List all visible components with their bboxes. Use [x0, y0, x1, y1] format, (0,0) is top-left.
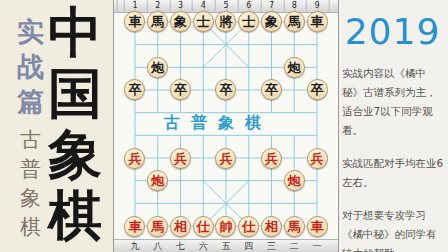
piece-black-士[interactable]: 士	[238, 11, 259, 32]
piece-black-卒[interactable]: 卒	[215, 79, 236, 100]
piece-red-馬[interactable]: 馬	[284, 216, 305, 237]
piece-red-馬[interactable]: 馬	[147, 216, 168, 237]
piece-red-兵[interactable]: 兵	[261, 148, 282, 169]
piece-red-兵[interactable]: 兵	[124, 148, 145, 169]
coord-bottom-8: 二	[290, 241, 299, 251]
year-label: 2019	[339, 12, 446, 52]
description-paragraph-2: 实战匹配对手均在业6左右。	[342, 154, 446, 192]
coord-bottom-4: 六	[199, 241, 208, 251]
piece-black-車[interactable]: 車	[124, 11, 145, 32]
coord-top-5: 5	[223, 1, 228, 11]
coord-top-7: 7	[269, 1, 274, 11]
description-paragraph-3: 对于想要专攻学习《橘中秘》的同学有较大的帮助。	[342, 206, 446, 252]
left-caption-panel: 实战篇 古普象棋 中国象棋	[0, 0, 113, 252]
piece-black-卒[interactable]: 卒	[307, 79, 328, 100]
right-info-panel: 2019 实战内容以《橘中秘》古谱系列为主，适合业7以下同学观看。实战匹配对手均…	[339, 0, 448, 252]
piece-red-炮[interactable]: 炮	[147, 170, 168, 191]
description-text: 实战内容以《橘中秘》古谱系列为主，适合业7以下同学观看。实战匹配对手均在业6左右…	[342, 64, 446, 252]
sub-series-label: 古普象棋	[20, 126, 41, 242]
piece-red-仕[interactable]: 仕	[238, 216, 259, 237]
piece-layer: 車馬象士將士象馬車炮炮卒卒卒卒卒兵兵兵兵兵炮炮車馬相仕帥仕相馬車	[124, 11, 329, 238]
piece-black-士[interactable]: 士	[193, 11, 214, 32]
piece-black-象[interactable]: 象	[170, 11, 191, 32]
coord-top-1: 1	[132, 1, 137, 11]
piece-black-卒[interactable]: 卒	[261, 79, 282, 100]
piece-black-卒[interactable]: 卒	[124, 79, 145, 100]
description-paragraph-1: 实战内容以《橘中秘》古谱系列为主，适合业7以下同学观看。	[342, 64, 446, 140]
piece-red-相[interactable]: 相	[170, 216, 191, 237]
piece-red-相[interactable]: 相	[261, 216, 282, 237]
video-thumbnail: 实战篇 古普象棋 中国象棋 123456789 古普象棋 車馬象士將士象馬車炮炮…	[0, 0, 448, 252]
coord-top-2: 2	[155, 1, 160, 11]
page-title: 中国象棋	[48, 2, 102, 246]
piece-black-炮[interactable]: 炮	[284, 57, 305, 78]
file-coordinates-bottom: 九八七六五四三二一	[114, 239, 338, 252]
piece-red-兵[interactable]: 兵	[215, 148, 236, 169]
coord-top-3: 3	[178, 1, 183, 11]
coord-bottom-9: 一	[313, 241, 322, 251]
piece-red-兵[interactable]: 兵	[307, 148, 328, 169]
piece-black-馬[interactable]: 馬	[147, 11, 168, 32]
piece-red-仕[interactable]: 仕	[193, 216, 214, 237]
coord-top-6: 6	[246, 1, 251, 11]
piece-black-馬[interactable]: 馬	[284, 11, 305, 32]
series-label: 实战篇	[17, 14, 44, 119]
coord-bottom-5: 五	[222, 241, 231, 251]
piece-black-將[interactable]: 將	[215, 11, 236, 32]
coord-bottom-1: 九	[131, 241, 140, 251]
piece-black-炮[interactable]: 炮	[147, 57, 168, 78]
piece-black-車[interactable]: 車	[307, 11, 328, 32]
coord-bottom-2: 八	[153, 241, 162, 251]
piece-red-車[interactable]: 車	[124, 216, 145, 237]
coord-top-4: 4	[201, 1, 206, 11]
xiangqi-board[interactable]: 123456789 古普象棋 車馬象士將士象馬車炮炮卒卒卒卒卒兵兵兵兵兵炮炮車馬…	[113, 0, 339, 252]
piece-black-卒[interactable]: 卒	[170, 79, 191, 100]
piece-red-兵[interactable]: 兵	[170, 148, 191, 169]
coord-bottom-7: 三	[267, 241, 276, 251]
piece-black-象[interactable]: 象	[261, 11, 282, 32]
coord-bottom-6: 四	[244, 241, 253, 251]
piece-red-車[interactable]: 車	[307, 216, 328, 237]
coord-top-8: 8	[292, 1, 297, 11]
coord-top-9: 9	[314, 1, 319, 11]
piece-red-帥[interactable]: 帥	[215, 216, 236, 237]
coord-bottom-3: 七	[176, 241, 185, 251]
piece-red-炮[interactable]: 炮	[284, 170, 305, 191]
